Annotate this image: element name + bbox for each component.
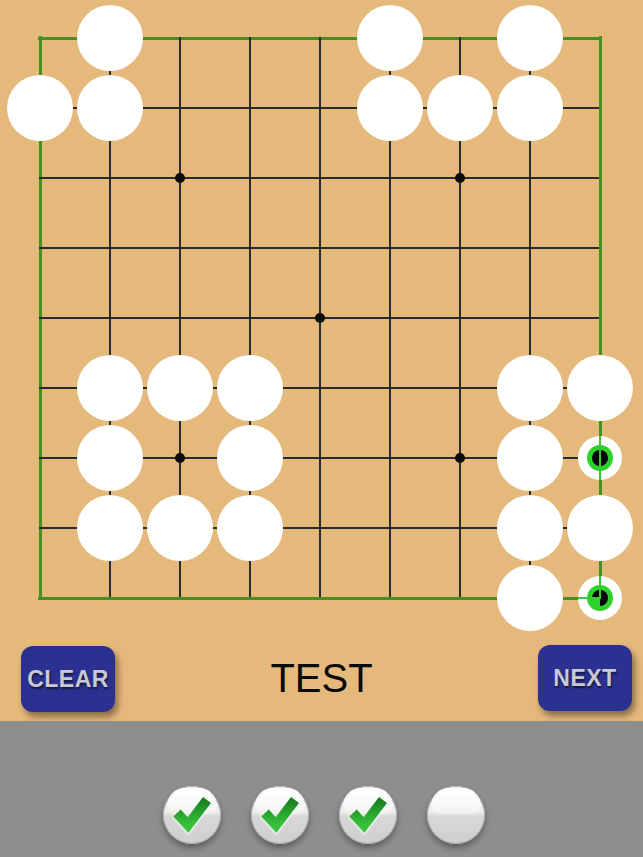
check-icon	[257, 790, 303, 836]
white-stone	[77, 495, 143, 561]
progress-bar	[0, 721, 643, 857]
answer-marker[interactable]	[578, 576, 622, 620]
white-stone	[77, 355, 143, 421]
check-icon	[345, 790, 391, 836]
star-point	[315, 313, 325, 323]
white-stone	[7, 75, 73, 141]
progress-item-1[interactable]	[163, 786, 221, 844]
white-stone	[147, 355, 213, 421]
white-stone	[77, 75, 143, 141]
white-stone	[357, 5, 423, 71]
go-board[interactable]	[40, 38, 600, 598]
progress-item-4[interactable]	[427, 786, 485, 844]
white-stone	[497, 425, 563, 491]
white-stone	[497, 565, 563, 631]
progress-item-2[interactable]	[251, 786, 309, 844]
marker-grid-line	[599, 436, 601, 480]
next-button[interactable]: NEXT	[538, 645, 632, 711]
white-stone	[357, 75, 423, 141]
white-stone	[217, 355, 283, 421]
check-icon	[169, 790, 215, 836]
white-stone	[567, 495, 633, 561]
white-stone	[217, 495, 283, 561]
star-point	[455, 173, 465, 183]
white-stone	[147, 495, 213, 561]
white-stone	[77, 5, 143, 71]
white-stone	[497, 5, 563, 71]
white-stone	[77, 425, 143, 491]
star-point	[175, 173, 185, 183]
white-stone	[497, 355, 563, 421]
marker-grid-line	[599, 576, 601, 599]
white-stone	[567, 355, 633, 421]
app-screen: CLEAR TEST NEXT	[0, 0, 643, 857]
answer-marker[interactable]	[578, 436, 622, 480]
progress-item-3[interactable]	[339, 786, 397, 844]
white-stone	[217, 425, 283, 491]
star-point	[455, 453, 465, 463]
marker-grid-line	[578, 597, 601, 599]
star-point	[175, 453, 185, 463]
white-stone	[497, 75, 563, 141]
white-stone	[497, 495, 563, 561]
white-stone	[427, 75, 493, 141]
